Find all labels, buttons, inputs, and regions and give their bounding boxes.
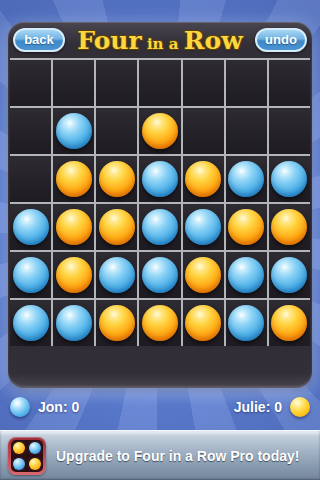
piece-blue (99, 257, 135, 293)
board-cell-r1c7[interactable] (269, 60, 310, 106)
board-cell-r4c4[interactable] (139, 204, 180, 250)
board-cell-r5c4[interactable] (139, 252, 180, 298)
piece-orange (271, 209, 307, 245)
piece-blue (13, 209, 49, 245)
board-cell-r1c5[interactable] (183, 60, 224, 106)
board-cell-r6c2[interactable] (53, 300, 94, 346)
board-cell-r1c1[interactable] (10, 60, 51, 106)
app-screen: back Four in a Row undo Jon: 0 Julie: 0 … (0, 0, 320, 480)
title-word-four: Four (77, 26, 141, 55)
board-grid (10, 60, 310, 346)
board-cell-r4c1[interactable] (10, 204, 51, 250)
title-words-in-a: in a (142, 35, 184, 53)
piece-orange (142, 113, 178, 149)
piece-blue (228, 305, 264, 341)
player-left: Jon: 0 (10, 397, 79, 417)
board-cell-r6c6[interactable] (226, 300, 267, 346)
piece-blue (56, 113, 92, 149)
board-cell-r2c6[interactable] (226, 108, 267, 154)
piece-blue (185, 209, 221, 245)
board-cell-r6c7[interactable] (269, 300, 310, 346)
header-bar: back Four in a Row undo (8, 22, 312, 58)
board-cell-r3c7[interactable] (269, 156, 310, 202)
back-button[interactable]: back (13, 28, 65, 52)
tiny-orange-ball-icon (29, 458, 41, 470)
piece-orange (142, 305, 178, 341)
app-icon-cell (12, 441, 26, 455)
board-cell-r2c2[interactable] (53, 108, 94, 154)
piece-orange (99, 161, 135, 197)
board-cell-r3c6[interactable] (226, 156, 267, 202)
board-cell-r3c3[interactable] (96, 156, 137, 202)
board-cell-r1c6[interactable] (226, 60, 267, 106)
app-icon-grid (11, 440, 43, 472)
piece-blue (228, 257, 264, 293)
title-word-row: Row (184, 26, 243, 55)
piece-orange (185, 161, 221, 197)
board-cell-r4c7[interactable] (269, 204, 310, 250)
board-cell-r3c4[interactable] (139, 156, 180, 202)
piece-orange (185, 257, 221, 293)
board-cell-r6c3[interactable] (96, 300, 137, 346)
piece-orange (56, 209, 92, 245)
piece-blue (142, 209, 178, 245)
piece-blue (56, 305, 92, 341)
board-cell-r3c1[interactable] (10, 156, 51, 202)
board-cell-r2c3[interactable] (96, 108, 137, 154)
piece-orange (228, 209, 264, 245)
player-right-score: Julie: 0 (234, 399, 282, 415)
app-icon-cell (28, 457, 42, 471)
board-cell-r6c1[interactable] (10, 300, 51, 346)
piece-orange (271, 305, 307, 341)
four-in-a-row-app-icon (8, 437, 46, 475)
board-cell-r4c3[interactable] (96, 204, 137, 250)
board-cell-r4c6[interactable] (226, 204, 267, 250)
app-icon-cell (28, 441, 42, 455)
board-cell-r3c2[interactable] (53, 156, 94, 202)
app-icon-cell (12, 457, 26, 471)
piece-blue (271, 161, 307, 197)
tiny-blue-ball-icon (13, 458, 25, 470)
board-cell-r1c2[interactable] (53, 60, 94, 106)
board-cell-r3c5[interactable] (183, 156, 224, 202)
piece-blue (142, 161, 178, 197)
board-cell-r1c4[interactable] (139, 60, 180, 106)
game-board-panel: back Four in a Row undo (8, 22, 312, 388)
undo-button[interactable]: undo (255, 28, 307, 52)
piece-orange (56, 161, 92, 197)
player-left-score: Jon: 0 (38, 399, 79, 415)
board-cell-r5c2[interactable] (53, 252, 94, 298)
piece-blue (13, 257, 49, 293)
board-cell-r4c2[interactable] (53, 204, 94, 250)
tiny-blue-ball-icon (29, 442, 41, 454)
board-cell-r6c4[interactable] (139, 300, 180, 346)
ad-banner[interactable]: Upgrade to Four in a Row Pro today! (0, 430, 320, 480)
board-cell-r2c7[interactable] (269, 108, 310, 154)
player-right-piece-icon (290, 397, 310, 417)
board-cell-r4c5[interactable] (183, 204, 224, 250)
board-cell-r5c1[interactable] (10, 252, 51, 298)
board-cell-r5c5[interactable] (183, 252, 224, 298)
board-cell-r6c5[interactable] (183, 300, 224, 346)
player-right: Julie: 0 (234, 397, 310, 417)
piece-orange (56, 257, 92, 293)
board-cell-r2c4[interactable] (139, 108, 180, 154)
board-cell-r5c7[interactable] (269, 252, 310, 298)
board-bottom-frame (8, 346, 312, 388)
upgrade-text: Upgrade to Four in a Row Pro today! (56, 448, 299, 464)
player-left-piece-icon (10, 397, 30, 417)
piece-blue (228, 161, 264, 197)
piece-blue (271, 257, 307, 293)
page-title: Four in a Row (77, 26, 242, 55)
scorebar: Jon: 0 Julie: 0 (0, 393, 320, 421)
piece-orange (99, 209, 135, 245)
board-cell-r2c1[interactable] (10, 108, 51, 154)
tiny-orange-ball-icon (13, 442, 25, 454)
board-cell-r5c6[interactable] (226, 252, 267, 298)
piece-blue (13, 305, 49, 341)
board-cell-r2c5[interactable] (183, 108, 224, 154)
piece-orange (185, 305, 221, 341)
piece-blue (142, 257, 178, 293)
board-grid-frame (10, 58, 310, 346)
board-cell-r1c3[interactable] (96, 60, 137, 106)
piece-orange (99, 305, 135, 341)
board-cell-r5c3[interactable] (96, 252, 137, 298)
